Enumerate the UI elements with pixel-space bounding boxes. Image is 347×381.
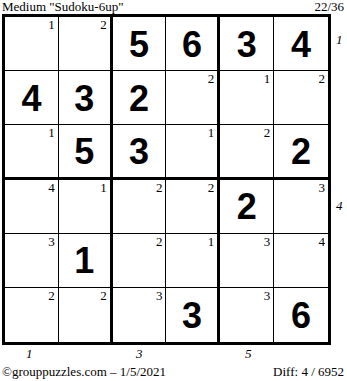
pencil-mark: 3 (156, 288, 163, 303)
given-value: 4 (291, 25, 311, 63)
puzzle-counter: 22/36 (314, 0, 344, 14)
cell-r3c3: 3 (113, 125, 167, 179)
cell-r5c3[interactable]: 2 (113, 234, 167, 288)
cell-r4c1[interactable]: 4 (5, 180, 59, 234)
cell-r2c6[interactable]: 2 (274, 71, 328, 125)
cell-r1c4: 6 (166, 17, 220, 71)
pencil-mark: 2 (208, 71, 215, 86)
cell-r4c5: 2 (220, 180, 274, 234)
given-value: 3 (237, 25, 257, 63)
pencil-mark: 1 (264, 71, 271, 86)
cell-r4c2[interactable]: 1 (59, 180, 113, 234)
pencil-mark: 2 (156, 234, 163, 249)
pencil-mark: 2 (156, 180, 163, 195)
pencil-mark: 1 (208, 234, 215, 249)
cell-r1c1[interactable]: 1 (5, 17, 59, 71)
cell-r2c4[interactable]: 2 (166, 71, 220, 125)
given-value: 1 (74, 241, 94, 279)
cell-r3c1[interactable]: 1 (5, 125, 59, 179)
cell-r1c6: 4 (274, 17, 328, 71)
row-label-1: 1 (336, 33, 343, 47)
pencil-mark: 3 (48, 234, 55, 249)
cell-r6c4: 3 (166, 288, 220, 342)
given-value: 5 (129, 25, 149, 63)
pencil-mark: 4 (48, 180, 55, 195)
pencil-mark: 2 (100, 288, 107, 303)
cell-r2c2: 3 (59, 71, 113, 125)
cell-r3c5[interactable]: 2 (220, 125, 274, 179)
cell-r2c3: 2 (113, 71, 167, 125)
cell-r5c6[interactable]: 4 (274, 234, 328, 288)
pencil-mark: 3 (318, 180, 325, 195)
sudoku-board: 125634432212153122412223312134223336 (2, 14, 331, 345)
given-value: 2 (291, 132, 311, 170)
puzzle-title: Medium "Sudoku-6up" (2, 0, 123, 14)
pencil-mark: 3 (264, 288, 271, 303)
col-label-1: 1 (26, 347, 33, 361)
pencil-mark: 1 (48, 125, 55, 140)
given-value: 3 (74, 79, 94, 117)
cell-r1c2[interactable]: 2 (59, 17, 113, 71)
given-value: 2 (129, 79, 149, 117)
cell-r3c2: 5 (59, 125, 113, 179)
pencil-mark: 3 (264, 234, 271, 249)
puzzle-page: Medium "Sudoku-6up" 22/36 12563443221215… (0, 0, 347, 381)
cell-r5c5[interactable]: 3 (220, 234, 274, 288)
cell-r6c1[interactable]: 2 (5, 288, 59, 342)
cell-r2c5[interactable]: 1 (220, 71, 274, 125)
given-value: 2 (237, 187, 257, 225)
cell-r5c2: 1 (59, 234, 113, 288)
pencil-mark: 2 (100, 17, 107, 32)
given-value: 6 (291, 296, 311, 334)
cell-r6c2[interactable]: 2 (59, 288, 113, 342)
cell-r5c4[interactable]: 1 (166, 234, 220, 288)
copyright-text: ©grouppuzzles.com – 1/5/2021 (2, 365, 166, 379)
cell-r2c1: 4 (5, 71, 59, 125)
cell-r6c3[interactable]: 3 (113, 288, 167, 342)
pencil-mark: 2 (208, 180, 215, 195)
cell-r6c6: 6 (274, 288, 328, 342)
pencil-mark: 1 (208, 125, 215, 140)
cell-r1c5: 3 (220, 17, 274, 71)
given-value: 4 (21, 79, 41, 117)
cell-r1c3: 5 (113, 17, 167, 71)
pencil-mark: 4 (318, 234, 325, 249)
cell-r4c6[interactable]: 3 (274, 180, 328, 234)
cell-r6c5[interactable]: 3 (220, 288, 274, 342)
given-value: 3 (182, 296, 202, 334)
pencil-mark: 2 (318, 71, 325, 86)
pencil-mark: 2 (48, 288, 55, 303)
col-label-3: 3 (136, 347, 143, 361)
cell-r5c1[interactable]: 3 (5, 234, 59, 288)
cell-r3c6: 2 (274, 125, 328, 179)
pencil-mark: 1 (48, 17, 55, 32)
pencil-mark: 1 (100, 180, 107, 195)
col-label-5: 5 (245, 347, 252, 361)
given-value: 5 (74, 132, 94, 170)
row-label-4: 4 (336, 199, 343, 213)
pencil-mark: 2 (264, 125, 271, 140)
given-value: 3 (129, 132, 149, 170)
difficulty-text: Diff: 4 / 6952 (273, 365, 344, 379)
cell-r4c4[interactable]: 2 (166, 180, 220, 234)
cell-r3c4[interactable]: 1 (166, 125, 220, 179)
given-value: 6 (182, 25, 202, 63)
cell-r4c3[interactable]: 2 (113, 180, 167, 234)
